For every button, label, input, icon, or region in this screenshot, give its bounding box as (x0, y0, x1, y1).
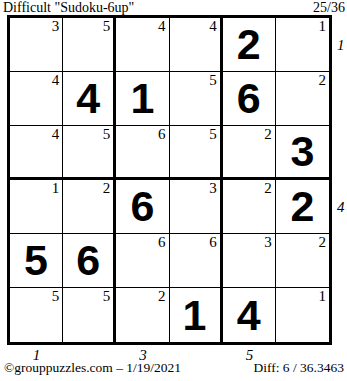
corner-mark: 5 (209, 126, 217, 143)
cell-r5c3[interactable]: 6 (116, 234, 169, 288)
corner-mark: 6 (158, 126, 166, 143)
given-digit: 2 (223, 18, 275, 71)
given-digit: 4 (63, 72, 113, 125)
difficulty-text: Diff: 6 / 36.3463 (254, 361, 345, 375)
corner-mark: 2 (319, 234, 327, 251)
corner-mark: 5 (103, 18, 111, 35)
cell-r2c5[interactable]: 6 (223, 72, 276, 126)
given-digit: 1 (170, 288, 220, 342)
corner-mark: 1 (319, 18, 327, 35)
corner-mark: 1 (52, 180, 60, 197)
puzzle-title: Difficult "Sudoku-6up" (3, 1, 134, 16)
puzzle-counter: 25/36 (313, 1, 345, 16)
cell-r5c4[interactable]: 6 (170, 234, 223, 288)
cell-r5c5[interactable]: 3 (223, 234, 276, 288)
corner-mark: 3 (52, 18, 60, 35)
cell-r2c4[interactable]: 5 (170, 72, 223, 126)
corner-mark: 5 (103, 126, 111, 143)
cell-r4c1[interactable]: 1 (10, 180, 63, 234)
cell-r2c1[interactable]: 4 (10, 72, 63, 126)
cell-r6c5[interactable]: 4 (223, 288, 276, 342)
corner-mark: 6 (158, 234, 166, 251)
sudoku-board: 354421441562456523126322566632552141 (7, 15, 332, 345)
cell-r2c2[interactable]: 4 (63, 72, 116, 126)
corner-mark: 2 (158, 288, 166, 305)
corner-mark: 5 (209, 72, 217, 89)
cell-r1c1[interactable]: 3 (10, 18, 63, 72)
cell-r1c6[interactable]: 1 (276, 18, 329, 72)
footer: ©grouppuzzles.com – 1/19/2021 Diff: 6 / … (4, 361, 344, 375)
cell-r6c1[interactable]: 5 (10, 288, 63, 342)
corner-mark: 5 (103, 288, 111, 305)
bottom-column-label: 3 (139, 348, 147, 363)
corner-mark: 3 (264, 234, 272, 251)
cell-r3c3[interactable]: 6 (116, 126, 169, 180)
corner-mark: 4 (209, 18, 217, 35)
cell-r3c1[interactable]: 4 (10, 126, 63, 180)
corner-mark: 2 (103, 180, 111, 197)
cell-r4c6[interactable]: 2 (276, 180, 329, 234)
cell-r6c3[interactable]: 2 (116, 288, 169, 342)
given-digit: 5 (10, 234, 62, 287)
given-digit: 1 (116, 72, 168, 125)
cell-r3c6[interactable]: 3 (276, 126, 329, 180)
bottom-column-label: 1 (33, 348, 41, 363)
corner-mark: 3 (209, 180, 217, 197)
given-digit: 6 (223, 72, 275, 125)
cell-r4c4[interactable]: 3 (170, 180, 223, 234)
cell-r6c4[interactable]: 1 (170, 288, 223, 342)
cell-r4c2[interactable]: 2 (63, 180, 116, 234)
corner-mark: 6 (209, 234, 217, 251)
bottom-column-label: 5 (246, 348, 254, 363)
cell-r3c5[interactable]: 2 (223, 126, 276, 180)
given-digit: 4 (223, 288, 275, 342)
cell-r2c3[interactable]: 1 (116, 72, 169, 126)
corner-mark: 4 (52, 72, 60, 89)
copyright-text: ©grouppuzzles.com – 1/19/2021 (4, 361, 181, 375)
given-digit: 3 (276, 126, 329, 177)
cell-r1c4[interactable]: 4 (170, 18, 223, 72)
header: Difficult "Sudoku-6up" 25/36 (3, 1, 345, 16)
right-row-label: 1 (337, 38, 345, 53)
corner-mark: 4 (158, 18, 166, 35)
cell-r1c5[interactable]: 2 (223, 18, 276, 72)
cell-r2c6[interactable]: 2 (276, 72, 329, 126)
cell-r6c2[interactable]: 5 (63, 288, 116, 342)
cell-r5c6[interactable]: 2 (276, 234, 329, 288)
corner-mark: 2 (264, 180, 272, 197)
cell-r5c1[interactable]: 5 (10, 234, 63, 288)
corner-mark: 4 (52, 126, 60, 143)
corner-mark: 5 (52, 288, 60, 305)
cell-r3c2[interactable]: 5 (63, 126, 116, 180)
puzzle-page: Difficult "Sudoku-6up" 25/36 35442144156… (0, 0, 347, 381)
cell-r1c3[interactable]: 4 (116, 18, 169, 72)
corner-mark: 2 (264, 126, 272, 143)
corner-mark: 2 (319, 72, 327, 89)
cell-r4c3[interactable]: 6 (116, 180, 169, 234)
cell-r1c2[interactable]: 5 (63, 18, 116, 72)
right-row-label: 4 (337, 200, 345, 215)
cell-r5c2[interactable]: 6 (63, 234, 116, 288)
cell-r6c6[interactable]: 1 (276, 288, 329, 342)
given-digit: 6 (116, 180, 168, 233)
given-digit: 6 (63, 234, 113, 287)
given-digit: 2 (276, 180, 329, 233)
cell-r3c4[interactable]: 5 (170, 126, 223, 180)
corner-mark: 1 (319, 288, 327, 305)
cell-r4c5[interactable]: 2 (223, 180, 276, 234)
